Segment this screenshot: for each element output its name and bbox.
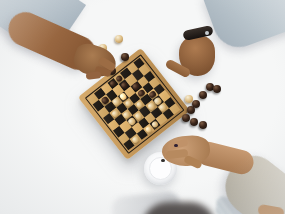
dark-ball-on-frame[interactable] — [121, 53, 129, 61]
light-piece-c3-r7[interactable] — [144, 125, 153, 134]
upper-player-thumb — [86, 71, 102, 80]
nail-polish-dot — [174, 144, 178, 148]
captured-dark-ball-1[interactable] — [213, 85, 221, 93]
scene — [0, 0, 285, 214]
captured-dark-ball-5[interactable] — [182, 114, 190, 122]
captured-dark-ball-6[interactable] — [190, 118, 198, 126]
captured-dark-ball-2[interactable] — [199, 91, 207, 99]
captured-dark-ball-7[interactable] — [199, 121, 207, 129]
captured-dark-ball-4[interactable] — [187, 106, 195, 114]
captured-light-ball-0[interactable] — [115, 35, 123, 43]
upper-player-right-sleeve — [202, 0, 285, 54]
captured-light-ball-right-0[interactable] — [185, 95, 193, 103]
watch-buckle — [205, 31, 209, 35]
